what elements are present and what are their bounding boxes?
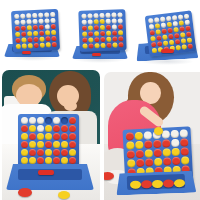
empty-slot xyxy=(61,117,68,124)
disc-cell xyxy=(34,43,39,48)
disc-cell xyxy=(39,31,44,36)
disc-cell xyxy=(175,45,181,51)
disc-cell xyxy=(162,34,168,40)
disc-cell xyxy=(20,20,25,25)
disc-cell xyxy=(33,37,38,42)
disc-cell xyxy=(53,149,60,156)
tray-disc xyxy=(174,179,185,187)
disc-cell xyxy=(135,132,143,140)
disc-cell xyxy=(44,12,49,17)
disc-cell xyxy=(37,117,44,124)
disc-cell xyxy=(88,19,93,24)
disc-cell xyxy=(163,40,169,46)
disc-cell xyxy=(136,159,144,167)
board-frame xyxy=(78,9,126,52)
disc-cell xyxy=(53,125,60,132)
disc-cell xyxy=(175,39,181,45)
disc-cell xyxy=(112,36,117,41)
disc-cell xyxy=(127,150,135,158)
disc-cell xyxy=(81,14,86,19)
disc-cell xyxy=(148,18,154,24)
disc-cell xyxy=(50,18,55,23)
connect-four-board xyxy=(14,12,57,49)
tray-disc xyxy=(163,179,174,187)
disc-cell xyxy=(118,24,123,29)
disc-cell xyxy=(37,141,44,148)
disc-cell xyxy=(45,125,52,132)
disc-cell xyxy=(111,13,116,18)
disc-cell xyxy=(40,43,45,48)
disc-cell xyxy=(27,37,32,42)
disc-cell xyxy=(22,43,27,48)
disc-cell xyxy=(163,157,171,165)
disc-cell xyxy=(32,13,37,18)
disc-cell xyxy=(82,44,87,49)
disc-cell xyxy=(88,37,93,42)
disc-cell xyxy=(32,19,37,24)
disc-cell xyxy=(180,138,188,146)
disc-cell xyxy=(29,125,36,132)
disc-cell xyxy=(151,42,157,48)
disc-cell xyxy=(153,140,161,148)
disc-cell xyxy=(112,19,117,24)
disc-cell xyxy=(39,37,44,42)
disc-cell xyxy=(44,18,49,23)
disc-cell xyxy=(69,141,76,148)
disc-cell xyxy=(94,43,99,48)
disc-cell xyxy=(186,31,192,37)
disc-cell xyxy=(118,36,123,41)
disc-cell xyxy=(21,157,28,164)
disc-cell xyxy=(100,37,105,42)
disc-cell xyxy=(154,149,162,157)
disc-cell xyxy=(100,43,105,48)
disc-cell xyxy=(38,19,43,24)
disc-cell xyxy=(117,12,122,17)
connect-four-product-collage xyxy=(0,0,200,200)
disc-cell xyxy=(33,25,38,30)
disc-cell xyxy=(29,157,36,164)
disc-cell xyxy=(155,23,161,29)
disc-cell xyxy=(21,149,28,156)
disc-cell xyxy=(149,24,155,30)
disc-cell xyxy=(149,30,155,36)
disc-cell xyxy=(45,149,52,156)
disc-cell xyxy=(145,149,153,157)
disc-cell xyxy=(184,14,190,20)
disc-cell xyxy=(144,140,152,148)
disc-cell xyxy=(173,21,179,27)
board-frame xyxy=(18,114,79,167)
disc-cell xyxy=(106,43,111,48)
disc-cell xyxy=(135,141,143,149)
disc-cell xyxy=(45,30,50,35)
disc-cell xyxy=(152,48,158,54)
disc-cell xyxy=(174,33,180,39)
disc-cell xyxy=(118,42,123,47)
connect-four-board xyxy=(21,117,76,164)
disc-cell xyxy=(173,27,179,33)
disc-cell xyxy=(45,24,50,29)
disc-cell xyxy=(69,125,76,132)
red-slider-handle xyxy=(22,51,31,54)
disc-cell xyxy=(136,150,144,158)
disc-cell xyxy=(15,26,20,31)
disc-cell xyxy=(51,36,56,41)
disc-cell xyxy=(61,133,68,140)
disc-cell xyxy=(45,36,50,41)
disc-cell xyxy=(37,149,44,156)
disc-cell xyxy=(172,148,180,156)
disc-cell xyxy=(179,26,185,32)
photo-kids-playing xyxy=(2,70,100,200)
disc-cell xyxy=(168,34,174,40)
board-base-tray xyxy=(6,164,94,190)
disc-cell xyxy=(88,43,93,48)
disc-cell xyxy=(169,40,175,46)
disc-cell xyxy=(155,29,161,35)
disc-cell xyxy=(161,28,167,34)
disc-cell xyxy=(33,31,38,36)
disc-cell xyxy=(187,43,193,49)
disc-cell xyxy=(21,141,28,148)
disc-cell xyxy=(45,141,52,148)
disc-cell xyxy=(106,37,111,42)
disc-cell xyxy=(52,42,57,47)
disc-cell xyxy=(187,37,193,43)
disc-cell xyxy=(160,17,166,23)
disc-cell xyxy=(15,38,20,43)
disc-cell xyxy=(126,141,134,149)
disc-cell xyxy=(39,25,44,30)
disc-cell xyxy=(61,157,68,164)
disc-cell xyxy=(21,37,26,42)
disc-cell xyxy=(156,35,162,41)
red-slider-handle xyxy=(92,53,101,56)
disc-cell xyxy=(50,12,55,17)
disc-cell xyxy=(112,24,117,29)
disc-cell xyxy=(53,157,60,164)
disc-cell xyxy=(88,31,93,36)
disc-cell xyxy=(172,15,178,21)
product-shots-row xyxy=(0,0,200,70)
disc-cell xyxy=(15,32,20,37)
disc-cell xyxy=(181,147,189,155)
disc-cell xyxy=(94,31,99,36)
disc-cell xyxy=(37,133,44,140)
disc-cell xyxy=(118,30,123,35)
disc-cell xyxy=(94,19,99,24)
disc-cell xyxy=(94,25,99,30)
disc-cell xyxy=(53,133,60,140)
disc-cell xyxy=(172,157,180,165)
disc-cell xyxy=(167,22,173,28)
disc-cell xyxy=(118,18,123,23)
disc-cell xyxy=(105,13,110,18)
disc-cell xyxy=(171,130,179,138)
disc-cell xyxy=(167,28,173,34)
product-shot-1 xyxy=(4,6,62,58)
disc-cell xyxy=(171,139,179,147)
disc-cell xyxy=(69,149,76,156)
disc-cell xyxy=(21,117,28,124)
disc-cell xyxy=(162,139,170,147)
board-base-tray xyxy=(116,171,197,196)
disc-cell xyxy=(82,32,87,37)
disc-cell xyxy=(180,129,188,137)
red-slider-handle xyxy=(38,170,54,175)
disc-cell xyxy=(82,38,87,43)
disc-cell xyxy=(29,133,36,140)
loose-disc xyxy=(58,191,70,199)
disc-cell xyxy=(82,20,87,25)
disc-cell xyxy=(157,41,163,47)
disc-cell xyxy=(45,133,52,140)
disc-cell xyxy=(112,30,117,35)
disc-cell xyxy=(45,157,52,164)
disc-cell xyxy=(93,13,98,18)
disc-cell xyxy=(180,32,186,38)
tray-disc xyxy=(141,180,152,188)
red-slider-handle xyxy=(161,49,174,53)
disc-cell xyxy=(16,44,21,49)
disc-cell xyxy=(14,14,19,19)
tray-disc xyxy=(130,181,141,189)
disc-cell xyxy=(53,141,60,148)
disc-cell xyxy=(87,13,92,18)
girl-hand-on-chin xyxy=(64,101,77,111)
disc-cell xyxy=(100,31,105,36)
disc-cell xyxy=(69,117,76,124)
disc-cell xyxy=(184,20,190,26)
disc-cell xyxy=(61,149,68,156)
disc-cell xyxy=(28,43,33,48)
disc-cell xyxy=(14,20,19,25)
disc-cell xyxy=(29,141,36,148)
disc-cell xyxy=(38,13,43,18)
disc-cell xyxy=(61,125,68,132)
disc-cell xyxy=(154,17,160,23)
disc-cell xyxy=(179,20,185,26)
disc-cell xyxy=(166,16,172,22)
loose-disc xyxy=(18,188,32,197)
product-shot-2 xyxy=(70,4,130,60)
product-shot-3 xyxy=(136,8,198,62)
disc-cell xyxy=(21,125,28,132)
disc-cell xyxy=(29,149,36,156)
tray-disc xyxy=(152,180,163,188)
disc-cell xyxy=(161,23,167,29)
disc-cell xyxy=(69,133,76,140)
disc-cell xyxy=(106,19,111,24)
disc-cell xyxy=(88,25,93,30)
disc-cell xyxy=(37,125,44,132)
disc-cell xyxy=(178,14,184,20)
disc-cell xyxy=(163,148,171,156)
disc-cell xyxy=(20,14,25,19)
disc-cell xyxy=(29,117,36,124)
disc-cell xyxy=(181,156,189,164)
disc-cell xyxy=(26,19,31,24)
disc-cell xyxy=(21,26,26,31)
disc-cell xyxy=(112,42,117,47)
empty-slot xyxy=(45,117,52,124)
disc-in-hand xyxy=(154,127,163,135)
disc-cell xyxy=(154,158,162,166)
disc-cell xyxy=(94,37,99,42)
disc-cell xyxy=(99,13,104,18)
board-frame xyxy=(11,9,60,52)
connect-four-board xyxy=(148,14,193,54)
disc-cell xyxy=(61,141,68,148)
disc-cell xyxy=(27,25,32,30)
disc-cell xyxy=(150,36,156,42)
disc-cell xyxy=(37,157,44,164)
disc-cell xyxy=(26,13,31,18)
disc-cell xyxy=(144,131,152,139)
disc-cell xyxy=(21,133,28,140)
disc-cell xyxy=(106,31,111,36)
disc-cell xyxy=(82,26,87,31)
disc-cell xyxy=(181,44,187,50)
disc-cell xyxy=(127,159,135,167)
disc-cell xyxy=(126,132,134,140)
disc-cell xyxy=(181,38,187,44)
disc-cell xyxy=(100,19,105,24)
disc-cell xyxy=(46,42,51,47)
disc-cell xyxy=(69,157,76,164)
disc-cell xyxy=(106,25,111,30)
disc-cell xyxy=(51,30,56,35)
disc-cell xyxy=(53,117,60,124)
disc-cell xyxy=(51,24,56,29)
connect-four-board xyxy=(81,12,123,48)
disc-cell xyxy=(21,31,26,36)
disc-cell xyxy=(100,25,105,30)
disc-cell xyxy=(185,26,191,32)
photo-girl-playing xyxy=(104,72,200,200)
disc-cell xyxy=(145,158,153,166)
disc-cell xyxy=(27,31,32,36)
